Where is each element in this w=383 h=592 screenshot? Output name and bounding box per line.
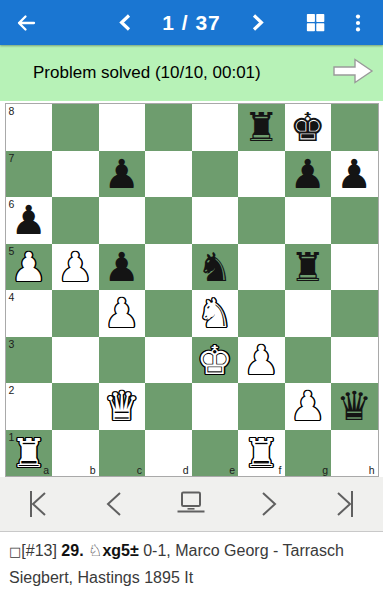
- square-e7[interactable]: [192, 151, 239, 198]
- square-b8[interactable]: [52, 104, 99, 151]
- square-g8[interactable]: ♚: [285, 104, 332, 151]
- file-label-d: d: [183, 465, 189, 476]
- square-b7[interactable]: [52, 151, 99, 198]
- white-to-move-icon: □: [9, 544, 21, 559]
- square-d8[interactable]: [145, 104, 192, 151]
- rank-label-2: 2: [9, 385, 15, 396]
- square-e1[interactable]: e: [192, 430, 239, 477]
- black-rook: ♜: [290, 244, 326, 291]
- prev-puzzle-button[interactable]: [109, 6, 142, 39]
- file-label-a: a: [43, 465, 49, 476]
- square-h4[interactable]: [331, 290, 378, 337]
- square-a7[interactable]: 7: [6, 151, 53, 198]
- square-a6[interactable]: 6♟: [6, 197, 53, 244]
- square-b3[interactable]: [52, 337, 99, 384]
- overflow-menu-button[interactable]: [341, 6, 375, 40]
- status-banner: Problem solved (10/10, 00:01): [0, 45, 383, 101]
- chevron-left-icon: [115, 12, 136, 33]
- puzzle-caption: □[#13] 29. ♘xg5± 0-1, Marco Georg - Tarr…: [0, 531, 383, 592]
- move-navigation-bar: [0, 477, 383, 531]
- square-f7[interactable]: [238, 151, 285, 198]
- square-c6[interactable]: [99, 197, 146, 244]
- square-a1[interactable]: 1a♜: [6, 430, 53, 477]
- skip-to-start-icon: [20, 486, 56, 522]
- skip-to-end-icon: [327, 486, 363, 522]
- black-queen: ♛: [336, 383, 372, 430]
- square-h8[interactable]: [331, 104, 378, 151]
- square-h2[interactable]: ♛: [331, 383, 378, 430]
- next-arrow-icon[interactable]: [332, 56, 374, 91]
- square-g1[interactable]: g: [285, 430, 332, 477]
- previous-move-button[interactable]: [77, 477, 154, 531]
- chevron-right-icon: [247, 12, 268, 33]
- black-knight: ♞: [197, 244, 233, 291]
- square-c4[interactable]: ♟: [99, 290, 146, 337]
- white-king: ♚: [197, 337, 233, 384]
- square-e4[interactable]: ♞: [192, 290, 239, 337]
- square-e8[interactable]: [192, 104, 239, 151]
- white-queen: ♛: [104, 383, 140, 430]
- file-label-e: e: [229, 465, 235, 476]
- arrow-back-icon: [14, 11, 38, 35]
- square-d7[interactable]: [145, 151, 192, 198]
- chess-board: 8♜♚7♟♟♟6♟5♟♟♟♞♜4♟♞3♚♟2♛♟♛1a♜bcdef♜gh: [5, 103, 379, 477]
- white-pawn: ♟: [243, 337, 279, 384]
- square-d2[interactable]: [145, 383, 192, 430]
- square-g7[interactable]: ♟: [285, 151, 332, 198]
- black-pawn: ♟: [11, 197, 47, 244]
- puzzle-counter: 1 / 37: [162, 11, 221, 35]
- black-pawn: ♟: [104, 244, 140, 291]
- rank-label-7: 7: [9, 153, 15, 164]
- square-e3[interactable]: ♚: [192, 337, 239, 384]
- square-f8[interactable]: ♜: [238, 104, 285, 151]
- rank-label-8: 8: [9, 106, 15, 117]
- white-pawn: ♟: [57, 244, 93, 291]
- square-d1[interactable]: d: [145, 430, 192, 477]
- black-pawn: ♟: [104, 151, 140, 198]
- file-label-h: h: [369, 465, 375, 476]
- square-g2[interactable]: ♟: [285, 383, 332, 430]
- next-puzzle-button[interactable]: [241, 6, 274, 39]
- square-h1[interactable]: h: [331, 430, 378, 477]
- white-pawn: ♟: [11, 244, 47, 291]
- square-b5[interactable]: ♟: [52, 244, 99, 291]
- puzzle-ref: [#13]: [21, 542, 57, 559]
- square-g3[interactable]: [285, 337, 332, 384]
- knight-icon: ♘: [88, 541, 102, 560]
- square-h7[interactable]: ♟: [331, 151, 378, 198]
- move-number: 29.: [61, 542, 83, 559]
- game-info: 0-1, Marco Georg - Tarrasch Siegbert, Ha…: [9, 542, 344, 586]
- rank-label-5: 5: [9, 246, 15, 257]
- white-pawn: ♟: [290, 383, 326, 430]
- square-a4[interactable]: 4: [6, 290, 53, 337]
- square-c5[interactable]: ♟: [99, 244, 146, 291]
- square-e5[interactable]: ♞: [192, 244, 239, 291]
- square-c7[interactable]: ♟: [99, 151, 146, 198]
- square-c3[interactable]: [99, 337, 146, 384]
- square-f3[interactable]: ♟: [238, 337, 285, 384]
- square-d3[interactable]: [145, 337, 192, 384]
- analysis-board-button[interactable]: [153, 477, 230, 531]
- white-rook: ♜: [243, 430, 279, 477]
- black-pawn: ♟: [336, 151, 372, 198]
- square-a3[interactable]: 3: [6, 337, 53, 384]
- square-h5[interactable]: [331, 244, 378, 291]
- square-f5[interactable]: [238, 244, 285, 291]
- square-b1[interactable]: b: [52, 430, 99, 477]
- white-knight: ♞: [197, 290, 233, 337]
- white-rook: ♜: [11, 430, 47, 477]
- square-b4[interactable]: [52, 290, 99, 337]
- square-h3[interactable]: [331, 337, 378, 384]
- black-king: ♚: [290, 104, 326, 151]
- rank-label-3: 3: [9, 339, 15, 350]
- square-e2[interactable]: [192, 383, 239, 430]
- file-label-c: c: [137, 465, 142, 476]
- square-c2[interactable]: ♛: [99, 383, 146, 430]
- square-b6[interactable]: [52, 197, 99, 244]
- square-b2[interactable]: [52, 383, 99, 430]
- white-pawn: ♟: [104, 290, 140, 337]
- status-text: Problem solved (10/10, 00:01): [0, 63, 261, 83]
- square-f2[interactable]: [238, 383, 285, 430]
- chevron-right-icon: [250, 486, 286, 522]
- square-f1[interactable]: f♜: [238, 430, 285, 477]
- more-vert-icon: [347, 12, 369, 34]
- app-bar: 1 / 37: [0, 0, 383, 45]
- last-move-button[interactable]: [306, 477, 383, 531]
- square-e6[interactable]: [192, 197, 239, 244]
- puzzle-list-button[interactable]: [298, 5, 333, 40]
- square-a5[interactable]: 5♟: [6, 244, 53, 291]
- rank-label-6: 6: [9, 199, 15, 210]
- move-san: xg5±: [102, 542, 138, 559]
- square-g6[interactable]: [285, 197, 332, 244]
- board-area: 8♜♚7♟♟♟6♟5♟♟♟♞♜4♟♞3♚♟2♛♟♛1a♜bcdef♜gh: [0, 101, 383, 477]
- square-d6[interactable]: [145, 197, 192, 244]
- square-g5[interactable]: ♜: [285, 244, 332, 291]
- laptop-icon: [172, 486, 210, 522]
- square-g4[interactable]: [285, 290, 332, 337]
- back-button[interactable]: [8, 5, 44, 41]
- square-a2[interactable]: 2: [6, 383, 53, 430]
- file-label-b: b: [90, 465, 96, 476]
- chevron-left-icon: [97, 486, 133, 522]
- square-a8[interactable]: 8: [6, 104, 53, 151]
- square-c8[interactable]: [99, 104, 146, 151]
- square-d4[interactable]: [145, 290, 192, 337]
- square-d5[interactable]: [145, 244, 192, 291]
- square-h6[interactable]: [331, 197, 378, 244]
- rank-label-1: 1: [9, 432, 15, 443]
- next-move-button[interactable]: [230, 477, 307, 531]
- square-c1[interactable]: c: [99, 430, 146, 477]
- black-pawn: ♟: [290, 151, 326, 198]
- rank-label-4: 4: [9, 292, 15, 303]
- file-label-f: f: [279, 465, 282, 476]
- grid-icon: [304, 11, 327, 34]
- first-move-button[interactable]: [0, 477, 77, 531]
- black-rook: ♜: [243, 104, 279, 151]
- file-label-g: g: [322, 465, 328, 476]
- square-f6[interactable]: [238, 197, 285, 244]
- square-f4[interactable]: [238, 290, 285, 337]
